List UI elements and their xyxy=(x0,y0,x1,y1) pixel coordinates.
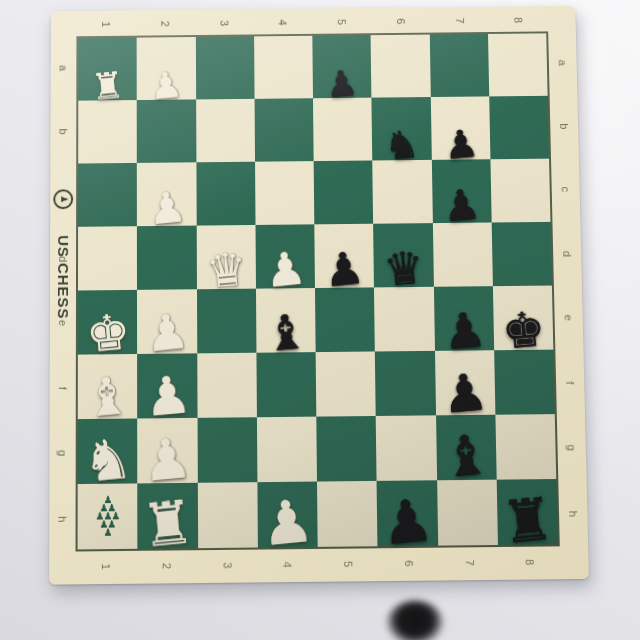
square-d6[interactable]: ♛ xyxy=(373,223,433,287)
coordinate-label-8: 8 xyxy=(507,0,530,49)
square-f6[interactable] xyxy=(375,351,435,416)
coordinate-label-c: c xyxy=(533,178,598,201)
coordinate-label-7: 7 xyxy=(448,0,471,50)
square-g6[interactable] xyxy=(376,415,437,481)
coordinate-label-1: 1 xyxy=(93,536,119,598)
square-d3[interactable]: ♛ xyxy=(196,225,256,289)
coordinate-label-7: 7 xyxy=(456,532,483,594)
piece-white-pawn[interactable]: ♟ xyxy=(143,309,191,357)
coordinate-label-b: b xyxy=(31,120,95,142)
coordinate-label-5: 5 xyxy=(330,0,352,51)
coordinate-label-3: 3 xyxy=(213,0,235,52)
square-b2[interactable] xyxy=(137,99,196,162)
square-f3[interactable] xyxy=(197,353,257,418)
square-g4[interactable] xyxy=(257,417,317,483)
piece-white-pawn[interactable]: ♟ xyxy=(263,247,308,292)
square-f2[interactable]: ♟ xyxy=(137,353,197,418)
square-b6[interactable]: ♞ xyxy=(372,97,432,160)
uschess-margin-brand: ♟ US CHESS xyxy=(48,189,78,349)
coordinate-label-4: 4 xyxy=(274,534,301,596)
piece-white-pawn[interactable]: ♟ xyxy=(142,371,193,423)
piece-black-pawn[interactable]: ♟ xyxy=(441,186,482,227)
uschess-logo-icon: ♟ xyxy=(53,189,73,209)
coordinate-label-a: a xyxy=(32,57,96,79)
coordinate-label-6: 6 xyxy=(395,533,422,595)
square-d2[interactable] xyxy=(137,226,196,290)
piece-black-pawn[interactable]: ♟ xyxy=(440,307,487,354)
coordinate-label-2: 2 xyxy=(154,0,176,53)
coordinate-label-2: 2 xyxy=(153,535,180,597)
square-e7[interactable]: ♟ xyxy=(433,286,493,351)
square-b7[interactable]: ♟ xyxy=(430,96,490,159)
coordinate-label-3: 3 xyxy=(214,535,241,597)
square-c6[interactable] xyxy=(372,160,432,224)
square-d5[interactable]: ♟ xyxy=(314,224,374,288)
coordinate-label-b: b xyxy=(531,114,595,137)
out-of-frame-black-piece xyxy=(386,600,444,640)
coordinate-label-f: f xyxy=(30,376,95,399)
square-b4[interactable] xyxy=(254,98,313,161)
square-g3[interactable] xyxy=(197,417,257,483)
chess-board-grid: ♜♟♟♞♟♟♟♛♟♟♛♚♟♝♟♚♝♟♟♞♟♝♟♟♟♟♟♟♟♟♟♜♟♟♜ xyxy=(76,31,560,551)
square-e6[interactable] xyxy=(374,287,434,352)
square-b3[interactable] xyxy=(196,99,255,162)
square-e2[interactable]: ♟ xyxy=(137,289,197,354)
piece-white-pawn[interactable]: ♟ xyxy=(146,188,188,230)
coordinate-label-4: 4 xyxy=(272,0,294,52)
square-g5[interactable] xyxy=(316,416,376,482)
coordinate-label-e: e xyxy=(536,306,601,330)
square-e5[interactable] xyxy=(315,287,375,352)
square-c2[interactable]: ♟ xyxy=(137,162,196,226)
square-d4[interactable]: ♟ xyxy=(255,224,315,288)
rank-labels-bottom: 12345678 xyxy=(75,548,560,580)
coordinate-label-d: d xyxy=(534,241,599,265)
square-c3[interactable] xyxy=(196,162,255,226)
piece-white-pawn[interactable]: ♟ xyxy=(141,433,195,488)
coordinate-label-8: 8 xyxy=(516,531,544,593)
piece-black-pawn[interactable]: ♟ xyxy=(323,247,367,291)
piece-black-pawn[interactable]: ♟ xyxy=(440,369,491,420)
coordinate-label-h: h xyxy=(30,507,95,530)
square-f4[interactable] xyxy=(256,352,316,417)
square-e3[interactable] xyxy=(196,289,256,354)
piece-black-bishop[interactable]: ♝ xyxy=(262,309,309,356)
uschess-brand-text: US CHESS xyxy=(54,235,71,320)
square-c7[interactable]: ♟ xyxy=(431,159,491,223)
coordinate-label-f: f xyxy=(537,370,602,394)
square-d7[interactable] xyxy=(432,222,492,286)
coordinate-label-g: g xyxy=(538,436,604,460)
coordinate-label-a: a xyxy=(530,51,594,74)
piece-white-pawn[interactable]: ♟ xyxy=(149,68,185,104)
chess-board-mat: 12345678 12345678 abcdefgh abcdefgh ♟ US… xyxy=(49,6,589,585)
square-f5[interactable] xyxy=(316,351,376,416)
coordinate-label-1: 1 xyxy=(95,0,117,53)
table-cloth-background: 12345678 12345678 abcdefgh abcdefgh ♟ US… xyxy=(0,0,640,640)
square-b5[interactable] xyxy=(313,98,373,161)
piece-white-queen[interactable]: ♛ xyxy=(204,248,249,293)
piece-black-queen[interactable]: ♛ xyxy=(382,247,426,291)
square-c5[interactable] xyxy=(314,160,374,224)
coordinate-label-g: g xyxy=(30,441,95,464)
piece-black-pawn[interactable]: ♟ xyxy=(325,67,360,102)
square-e4[interactable]: ♝ xyxy=(256,288,316,353)
piece-black-bishop[interactable]: ♝ xyxy=(439,430,493,484)
coordinate-label-5: 5 xyxy=(335,533,362,595)
coordinate-label-6: 6 xyxy=(389,0,412,50)
coordinate-label-h: h xyxy=(540,501,606,525)
piece-black-knight[interactable]: ♞ xyxy=(383,126,421,164)
piece-black-pawn[interactable]: ♟ xyxy=(442,125,480,163)
square-c4[interactable] xyxy=(255,161,315,225)
square-f7[interactable]: ♟ xyxy=(434,350,495,415)
